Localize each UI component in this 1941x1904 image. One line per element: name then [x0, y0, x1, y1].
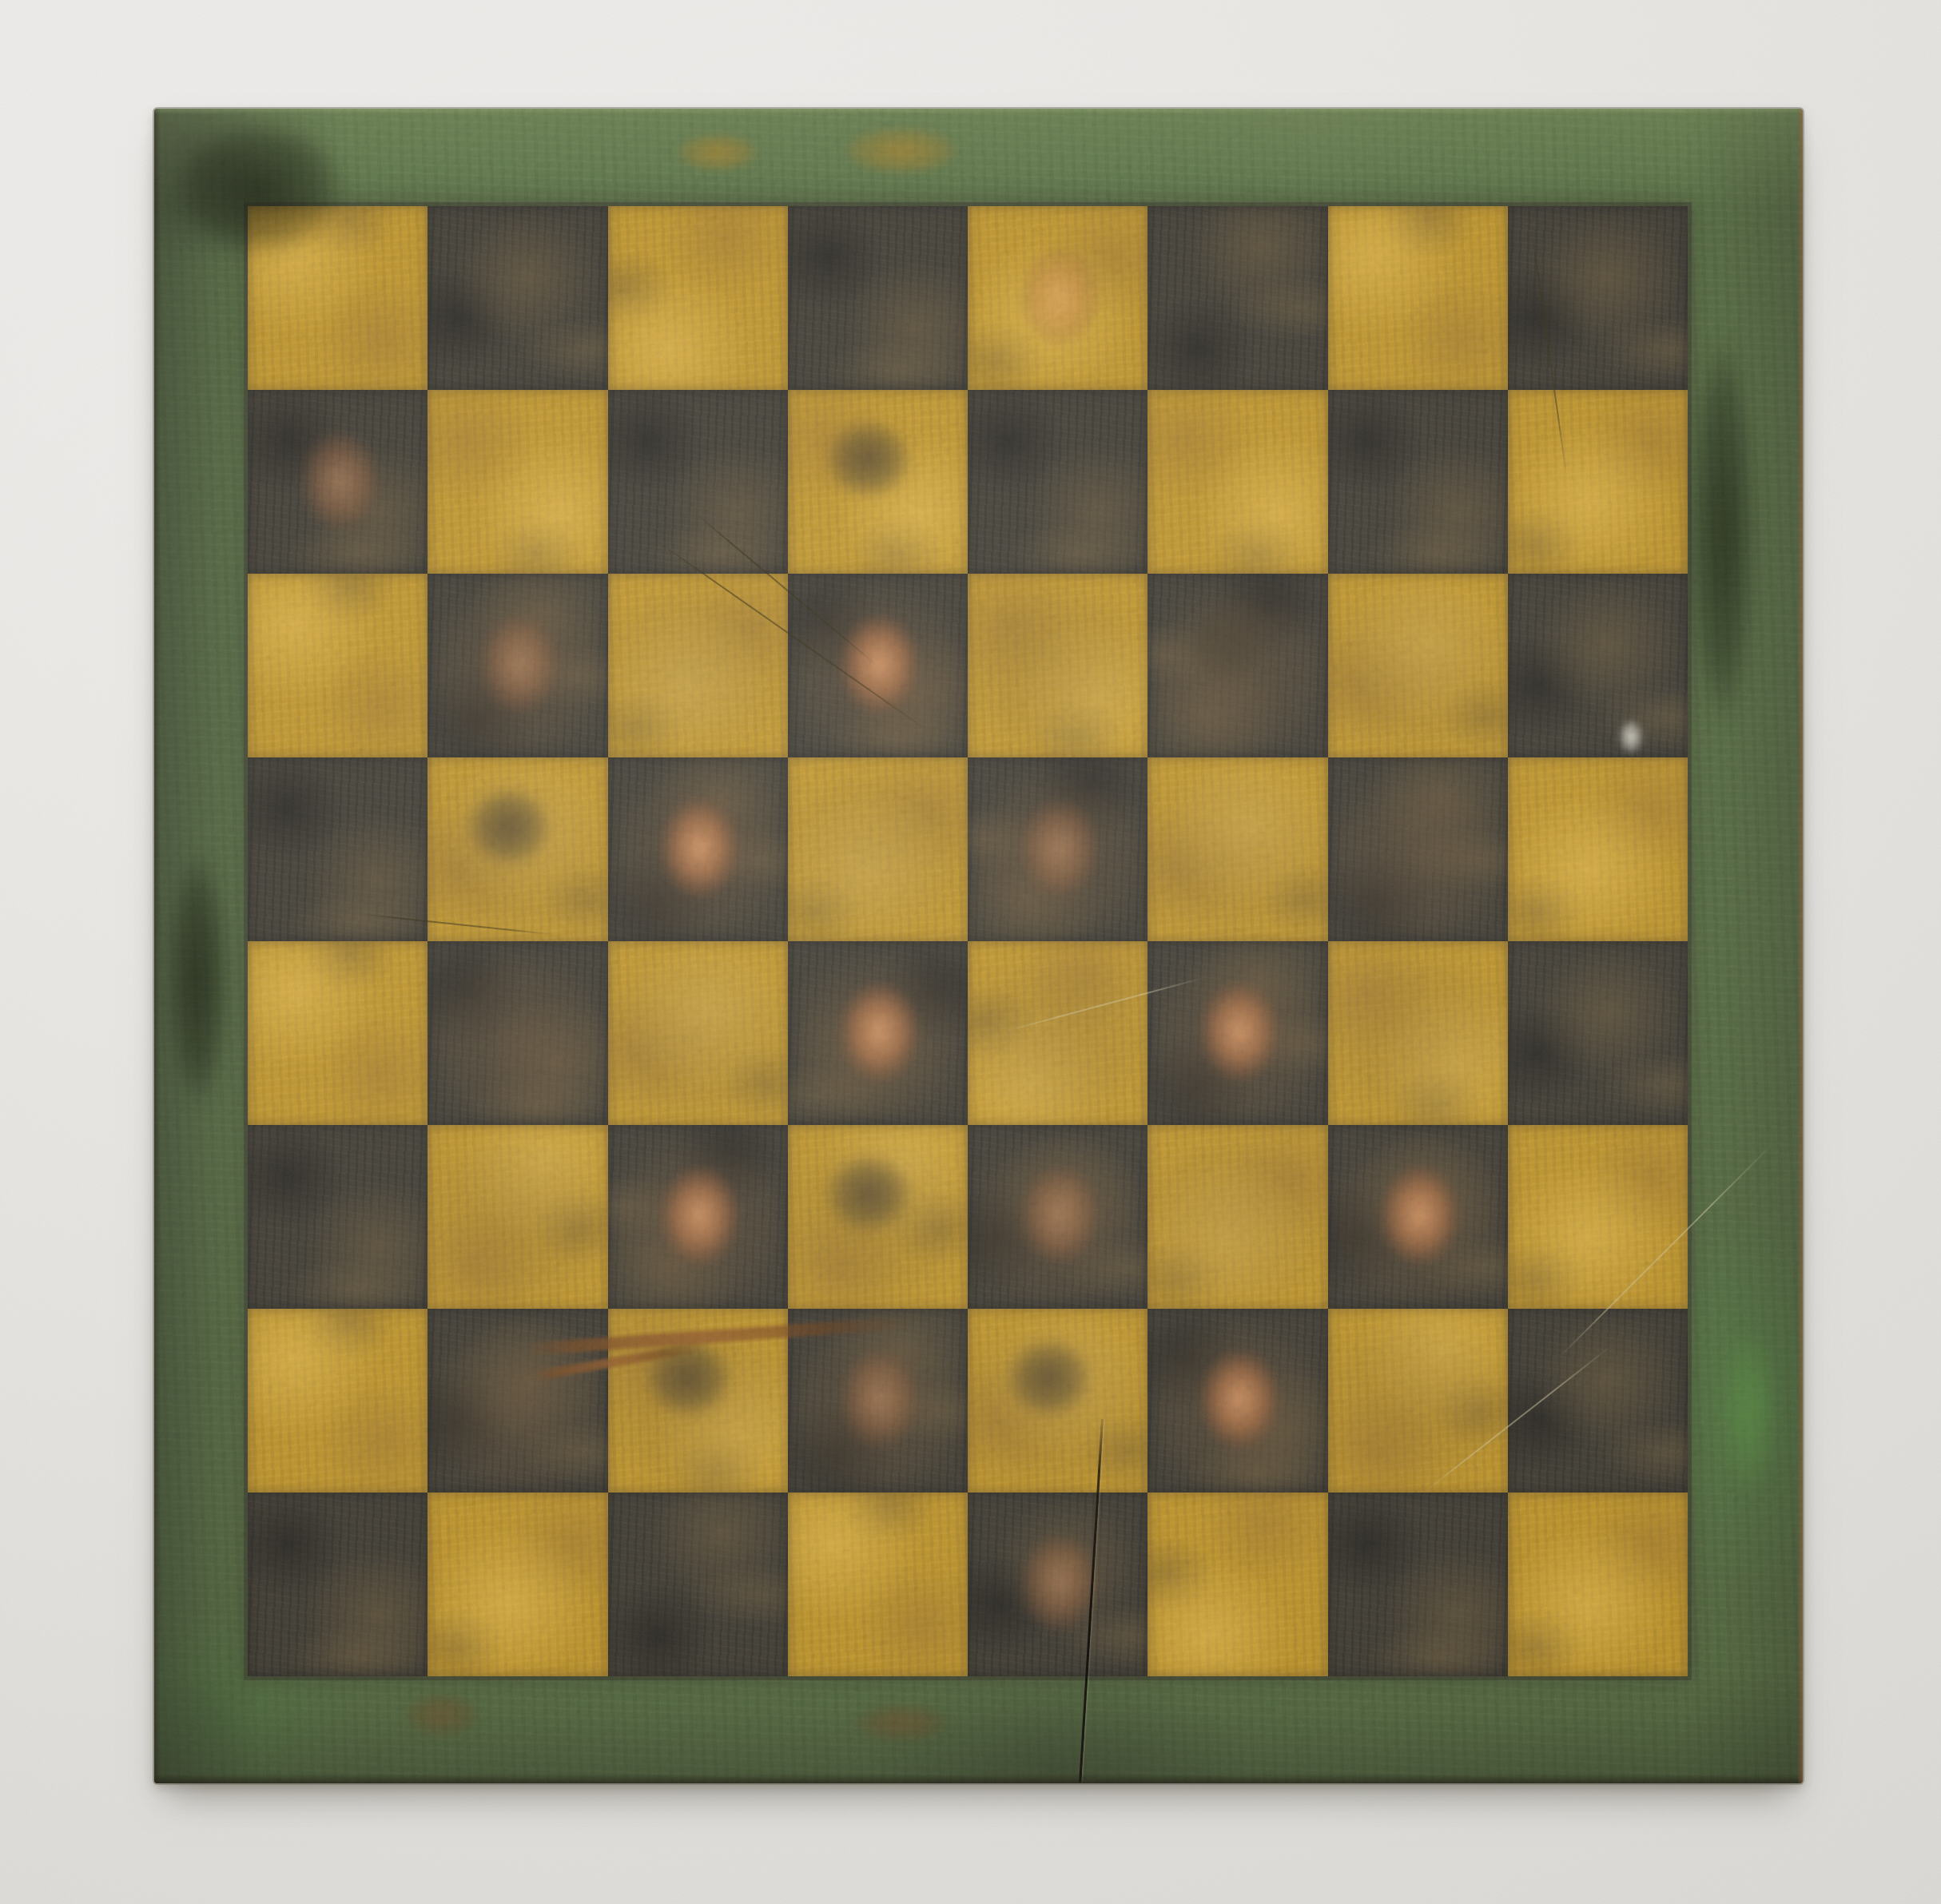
grime-smudge — [993, 1327, 1105, 1429]
wear-wash — [435, 1316, 600, 1485]
square-c7[interactable] — [608, 390, 788, 574]
wear-wash — [975, 948, 1140, 1118]
square-c4[interactable] — [608, 941, 788, 1125]
square-b3[interactable] — [428, 1125, 607, 1309]
grime-smudge — [1173, 592, 1285, 694]
orange-wear-patch — [1011, 1533, 1108, 1644]
square-h5[interactable] — [1508, 757, 1688, 941]
orange-wear-patch — [651, 798, 749, 908]
square-f5[interactable] — [1147, 757, 1327, 941]
square-h8[interactable] — [1508, 206, 1688, 390]
square-f6[interactable] — [1147, 574, 1327, 757]
wear-wash — [975, 1316, 1140, 1485]
photo-backdrop — [0, 0, 1941, 1904]
ochre-mark — [829, 121, 973, 181]
square-g2[interactable] — [1328, 1309, 1508, 1493]
wear-wash — [1335, 1132, 1501, 1302]
square-g3[interactable] — [1328, 1125, 1508, 1309]
wear-wash — [1335, 765, 1501, 934]
orange-wear-patch — [651, 1166, 749, 1276]
square-c1[interactable] — [608, 1493, 788, 1676]
ochre-mark — [666, 129, 770, 177]
square-d7[interactable] — [788, 390, 968, 574]
square-f7[interactable] — [1147, 390, 1327, 574]
square-g1[interactable] — [1328, 1493, 1508, 1676]
square-d4[interactable] — [788, 941, 968, 1125]
wear-wash — [975, 581, 1140, 750]
orange-wear-patch — [1011, 798, 1108, 908]
square-f3[interactable] — [1147, 1125, 1327, 1309]
square-g7[interactable] — [1328, 390, 1508, 574]
wear-wash — [615, 948, 781, 1118]
square-e3[interactable] — [968, 1125, 1147, 1309]
square-d5[interactable] — [788, 757, 968, 941]
orange-wear-patch — [831, 1349, 929, 1460]
square-f1[interactable] — [1147, 1493, 1327, 1676]
dark-mark — [162, 828, 234, 1131]
square-h2[interactable] — [1508, 1309, 1688, 1493]
square-b1[interactable] — [428, 1493, 607, 1676]
wear-wash — [1155, 948, 1320, 1118]
square-b6[interactable] — [428, 574, 607, 757]
square-b8[interactable] — [428, 206, 607, 390]
brown-mark — [394, 1687, 490, 1743]
orange-wear-patch — [1011, 247, 1108, 357]
square-b2[interactable] — [428, 1309, 607, 1493]
wear-wash — [795, 581, 961, 750]
square-g5[interactable] — [1328, 757, 1508, 941]
wear-wash — [1155, 1316, 1320, 1485]
orange-wear-patch — [291, 431, 388, 541]
square-e7[interactable] — [968, 390, 1147, 574]
wear-wash — [1155, 581, 1320, 750]
square-b7[interactable] — [428, 390, 607, 574]
square-h4[interactable] — [1508, 941, 1688, 1125]
wear-wash — [435, 765, 600, 934]
orange-wear-patch — [1191, 982, 1288, 1092]
square-f8[interactable] — [1147, 206, 1327, 390]
wear-wash — [615, 1132, 781, 1302]
wear-wash — [795, 1316, 961, 1485]
green-mark — [1712, 1307, 1784, 1515]
grime-smudge — [633, 1327, 745, 1429]
wear-wash — [795, 765, 961, 934]
square-h3[interactable] — [1508, 1125, 1688, 1309]
square-a8[interactable] — [248, 206, 428, 390]
square-b4[interactable] — [428, 941, 607, 1125]
wear-wash — [435, 948, 600, 1118]
square-d1[interactable] — [788, 1493, 968, 1676]
board-grid — [248, 206, 1688, 1676]
square-c8[interactable] — [608, 206, 788, 390]
square-d3[interactable] — [788, 1125, 968, 1309]
dark-mark — [1684, 300, 1760, 764]
square-a2[interactable] — [248, 1309, 428, 1493]
orange-wear-patch — [1011, 1166, 1108, 1276]
square-a6[interactable] — [248, 574, 428, 757]
square-h7[interactable] — [1508, 390, 1688, 574]
wear-wash — [615, 581, 781, 750]
square-e2[interactable] — [968, 1309, 1147, 1493]
wear-wash — [1335, 948, 1501, 1118]
square-d8[interactable] — [788, 206, 968, 390]
square-g8[interactable] — [1328, 206, 1508, 390]
square-c2[interactable] — [608, 1309, 788, 1493]
square-b5[interactable] — [428, 757, 607, 941]
square-e4[interactable] — [968, 941, 1147, 1125]
wear-wash — [795, 948, 961, 1118]
orange-wear-patch — [831, 614, 929, 725]
square-e5[interactable] — [968, 757, 1147, 941]
square-f4[interactable] — [1147, 941, 1327, 1125]
orange-wear-patch — [831, 982, 929, 1092]
square-c5[interactable] — [608, 757, 788, 941]
orange-wear-patch — [1371, 1166, 1469, 1276]
square-g6[interactable] — [1328, 574, 1508, 757]
square-h1[interactable] — [1508, 1493, 1688, 1676]
square-a5[interactable] — [248, 757, 428, 941]
wear-wash — [1155, 765, 1320, 934]
square-a3[interactable] — [248, 1125, 428, 1309]
square-a4[interactable] — [248, 941, 428, 1125]
grime-smudge — [813, 1143, 925, 1245]
wear-wash — [975, 1132, 1140, 1302]
wear-wash — [1335, 581, 1501, 750]
brown-mark — [841, 1699, 961, 1747]
square-c6[interactable] — [608, 574, 788, 757]
checkerboard — [154, 109, 1803, 1783]
square-e8[interactable] — [968, 206, 1147, 390]
wear-wash — [795, 1132, 961, 1302]
square-e6[interactable] — [968, 574, 1147, 757]
wear-wash — [435, 581, 600, 750]
square-e1[interactable] — [968, 1493, 1147, 1676]
wear-wash — [1155, 1132, 1320, 1302]
square-d2[interactable] — [788, 1309, 968, 1493]
wear-wash — [615, 765, 781, 934]
square-a1[interactable] — [248, 1493, 428, 1676]
orange-wear-patch — [471, 614, 568, 725]
square-c3[interactable] — [608, 1125, 788, 1309]
orange-wear-patch — [1191, 1349, 1288, 1460]
wear-wash — [975, 765, 1140, 934]
square-g4[interactable] — [1328, 941, 1508, 1125]
square-h6[interactable] — [1508, 574, 1688, 757]
grime-smudge — [813, 408, 925, 510]
square-d6[interactable] — [788, 574, 968, 757]
square-f2[interactable] — [1147, 1309, 1327, 1493]
wear-wash — [615, 1316, 781, 1485]
grime-smudge — [453, 776, 565, 877]
square-a7[interactable] — [248, 390, 428, 574]
wear-wash — [1335, 1316, 1501, 1485]
wear-wash — [435, 1132, 600, 1302]
